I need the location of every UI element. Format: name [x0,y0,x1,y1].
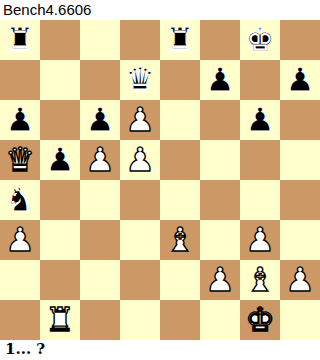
square-g6[interactable]: ♟ [240,100,280,140]
piece-black-pawn: ♟ [280,60,320,100]
square-e6[interactable] [160,100,200,140]
square-g4[interactable] [240,180,280,220]
square-f6[interactable] [200,100,240,140]
move-prompt: 1... ? [0,340,320,360]
square-d7[interactable]: ♛ [120,60,160,100]
square-b2[interactable] [40,260,80,300]
square-h1[interactable] [280,300,320,340]
square-g1[interactable]: ♚ [240,300,280,340]
piece-black-pawn: ♟ [200,60,240,100]
square-c1[interactable] [80,300,120,340]
square-c2[interactable] [80,260,120,300]
chess-board: ♜♜♚♛♟♟♟♟♟♟♛♟♟♟♞♟♝♟♟♝♟♜♚ [0,20,320,340]
square-f1[interactable] [200,300,240,340]
square-c5[interactable]: ♟ [80,140,120,180]
piece-black-knight: ♞ [0,180,40,220]
square-a1[interactable] [0,300,40,340]
square-e2[interactable] [160,260,200,300]
piece-black-pawn: ♟ [0,100,40,140]
square-f8[interactable] [200,20,240,60]
piece-white-pawn: ♟ [120,140,160,180]
square-a7[interactable] [0,60,40,100]
square-e1[interactable] [160,300,200,340]
piece-black-pawn: ♟ [80,100,120,140]
piece-white-pawn: ♟ [280,260,320,300]
square-b8[interactable] [40,20,80,60]
square-e4[interactable] [160,180,200,220]
square-c8[interactable] [80,20,120,60]
piece-white-rook: ♜ [40,300,80,340]
square-e7[interactable] [160,60,200,100]
square-b1[interactable]: ♜ [40,300,80,340]
square-a5[interactable]: ♛ [0,140,40,180]
square-d4[interactable] [120,180,160,220]
square-b7[interactable] [40,60,80,100]
piece-black-rook: ♜ [0,20,40,60]
square-a4[interactable]: ♞ [0,180,40,220]
piece-white-pawn: ♟ [0,220,40,260]
square-h2[interactable]: ♟ [280,260,320,300]
square-d2[interactable] [120,260,160,300]
piece-white-queen: ♛ [0,140,40,180]
square-g8[interactable]: ♚ [240,20,280,60]
square-h8[interactable] [280,20,320,60]
square-d5[interactable]: ♟ [120,140,160,180]
square-h6[interactable] [280,100,320,140]
piece-white-pawn: ♟ [240,220,280,260]
square-g3[interactable]: ♟ [240,220,280,260]
square-c6[interactable]: ♟ [80,100,120,140]
square-a3[interactable]: ♟ [0,220,40,260]
square-d6[interactable]: ♟ [120,100,160,140]
square-e3[interactable]: ♝ [160,220,200,260]
square-g7[interactable] [240,60,280,100]
square-d3[interactable] [120,220,160,260]
piece-black-pawn: ♟ [240,100,280,140]
square-e8[interactable]: ♜ [160,20,200,60]
square-h5[interactable] [280,140,320,180]
piece-black-king: ♚ [240,20,280,60]
square-b3[interactable] [40,220,80,260]
square-h4[interactable] [280,180,320,220]
square-b6[interactable] [40,100,80,140]
square-f7[interactable]: ♟ [200,60,240,100]
square-g2[interactable]: ♝ [240,260,280,300]
square-h7[interactable]: ♟ [280,60,320,100]
piece-black-rook: ♜ [160,20,200,60]
piece-black-pawn: ♟ [40,140,80,180]
square-c4[interactable] [80,180,120,220]
window-title: Bench4.6606 [0,0,320,20]
square-a6[interactable]: ♟ [0,100,40,140]
square-c3[interactable] [80,220,120,260]
piece-white-pawn: ♟ [80,140,120,180]
piece-white-pawn: ♟ [120,100,160,140]
square-f4[interactable] [200,180,240,220]
square-a2[interactable] [0,260,40,300]
square-d1[interactable] [120,300,160,340]
piece-black-queen: ♛ [120,60,160,100]
chess-app-window: Bench4.6606 ♜♜♚♛♟♟♟♟♟♟♛♟♟♟♞♟♝♟♟♝♟♜♚ 1...… [0,0,320,360]
square-e5[interactable] [160,140,200,180]
square-f5[interactable] [200,140,240,180]
square-g5[interactable] [240,140,280,180]
square-f3[interactable] [200,220,240,260]
square-h3[interactable] [280,220,320,260]
square-b4[interactable] [40,180,80,220]
piece-white-bishop: ♝ [160,220,200,260]
square-d8[interactable] [120,20,160,60]
piece-white-pawn: ♟ [200,260,240,300]
square-f2[interactable]: ♟ [200,260,240,300]
square-a8[interactable]: ♜ [0,20,40,60]
square-c7[interactable] [80,60,120,100]
piece-white-king: ♚ [240,300,280,340]
piece-white-bishop: ♝ [240,260,280,300]
square-b5[interactable]: ♟ [40,140,80,180]
